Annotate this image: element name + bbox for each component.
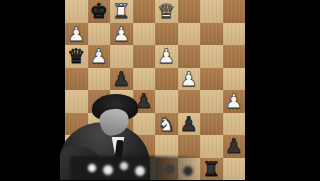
square-g5[interactable] xyxy=(200,68,223,91)
square-a6[interactable]: ♛ xyxy=(65,45,88,68)
square-e8[interactable]: ♛ xyxy=(155,0,178,23)
square-h5[interactable] xyxy=(223,68,246,91)
square-g2[interactable] xyxy=(200,135,223,158)
square-h3[interactable] xyxy=(223,113,246,136)
piece-bP-f3: ♟ xyxy=(178,113,201,136)
square-d6[interactable] xyxy=(133,45,156,68)
square-g4[interactable] xyxy=(200,90,223,113)
square-e2[interactable] xyxy=(155,135,178,158)
square-b7[interactable] xyxy=(88,23,111,46)
piece-wP-b6: ♟ xyxy=(88,45,111,68)
square-e4[interactable] xyxy=(155,90,178,113)
photo-blurred-chess-pieces xyxy=(70,156,204,180)
square-h2[interactable]: ♟ xyxy=(223,135,246,158)
square-f8[interactable] xyxy=(178,0,201,23)
square-f5[interactable]: ♟ xyxy=(178,68,201,91)
square-f7[interactable] xyxy=(178,23,201,46)
square-h7[interactable] xyxy=(223,23,246,46)
piece-wQ-e8: ♛ xyxy=(155,0,178,23)
square-a5[interactable] xyxy=(65,68,88,91)
piece-bP-c5: ♟ xyxy=(110,68,133,91)
square-f3[interactable]: ♟ xyxy=(178,113,201,136)
square-g8[interactable] xyxy=(200,0,223,23)
square-e7[interactable] xyxy=(155,23,178,46)
piece-bK-b8: ♚ xyxy=(88,0,111,23)
square-h6[interactable] xyxy=(223,45,246,68)
square-g7[interactable] xyxy=(200,23,223,46)
piece-wP-e6: ♟ xyxy=(155,45,178,68)
square-f2[interactable] xyxy=(178,135,201,158)
square-g6[interactable] xyxy=(200,45,223,68)
square-h1[interactable] xyxy=(223,158,246,181)
square-b8[interactable]: ♚ xyxy=(88,0,111,23)
square-c8[interactable]: ♜ xyxy=(110,0,133,23)
square-c7[interactable]: ♟ xyxy=(110,23,133,46)
square-b5[interactable] xyxy=(88,68,111,91)
piece-wP-h4: ♟ xyxy=(223,90,246,113)
square-c6[interactable] xyxy=(110,45,133,68)
piece-wN-e3: ♞ xyxy=(155,113,178,136)
square-e6[interactable]: ♟ xyxy=(155,45,178,68)
square-h4[interactable]: ♟ xyxy=(223,90,246,113)
square-d5[interactable] xyxy=(133,68,156,91)
square-d8[interactable] xyxy=(133,0,156,23)
square-g3[interactable] xyxy=(200,113,223,136)
thumbnail-stage: ♚♜♛♟♟♛♟♟♟♟♟♟♞♟♟♜ xyxy=(0,0,320,180)
square-b6[interactable]: ♟ xyxy=(88,45,111,68)
piece-bQ-a6: ♛ xyxy=(65,45,88,68)
square-a7[interactable]: ♟ xyxy=(65,23,88,46)
piece-bP-h2: ♟ xyxy=(223,135,246,158)
piece-wP-c7: ♟ xyxy=(110,23,133,46)
square-f4[interactable] xyxy=(178,90,201,113)
piece-wP-a7: ♟ xyxy=(65,23,88,46)
square-a8[interactable] xyxy=(65,0,88,23)
piece-wP-f5: ♟ xyxy=(178,68,201,91)
square-c5[interactable]: ♟ xyxy=(110,68,133,91)
square-e3[interactable]: ♞ xyxy=(155,113,178,136)
square-d7[interactable] xyxy=(133,23,156,46)
square-h8[interactable] xyxy=(223,0,246,23)
square-f6[interactable] xyxy=(178,45,201,68)
fischer-photo xyxy=(62,94,150,180)
piece-wR-c8: ♜ xyxy=(110,0,133,23)
square-e5[interactable] xyxy=(155,68,178,91)
